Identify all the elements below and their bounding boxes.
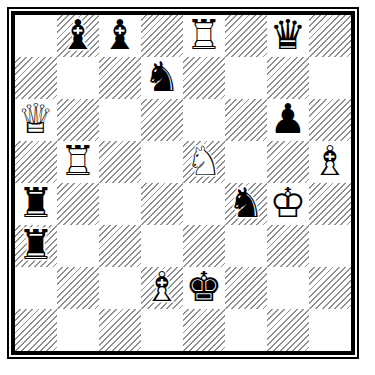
square-h7[interactable]	[309, 57, 351, 99]
piece-glyph-backdrop: ♞	[141, 56, 183, 98]
piece-black-pawn[interactable]: ♟♟	[267, 99, 309, 141]
square-e1[interactable]	[183, 309, 225, 351]
piece-white-knight[interactable]: ♞♘	[183, 141, 225, 183]
square-b6[interactable]	[57, 99, 99, 141]
square-e8[interactable]: ♜♖	[183, 15, 225, 57]
piece-glyph: ♞	[141, 56, 183, 98]
piece-glyph-backdrop: ♟	[267, 98, 309, 140]
piece-glyph: ♖	[183, 14, 225, 56]
piece-black-rook[interactable]: ♜♜	[15, 225, 57, 267]
square-b3[interactable]	[57, 225, 99, 267]
square-e4[interactable]	[183, 183, 225, 225]
square-g4[interactable]: ♚♔	[267, 183, 309, 225]
piece-glyph-backdrop: ♛	[15, 98, 57, 140]
square-c8[interactable]: ♝♝	[99, 15, 141, 57]
square-a1[interactable]	[15, 309, 57, 351]
square-e7[interactable]	[183, 57, 225, 99]
square-d8[interactable]	[141, 15, 183, 57]
diagram-inner-frame: ♝♝♝♝♜♖♛♛♞♞♛♕♟♟♜♖♞♘♝♗♜♜♞♞♚♔♜♜♝♗♚♚	[11, 11, 355, 355]
square-b4[interactable]	[57, 183, 99, 225]
square-e3[interactable]	[183, 225, 225, 267]
piece-white-bishop[interactable]: ♝♗	[141, 267, 183, 309]
piece-glyph: ♗	[141, 266, 183, 308]
square-g3[interactable]	[267, 225, 309, 267]
piece-glyph: ♝	[57, 14, 99, 56]
piece-white-queen[interactable]: ♛♕	[15, 99, 57, 141]
square-f5[interactable]	[225, 141, 267, 183]
piece-glyph: ♞	[225, 182, 267, 224]
piece-glyph: ♖	[57, 140, 99, 182]
piece-glyph-backdrop: ♝	[309, 140, 351, 182]
piece-glyph-backdrop: ♞	[225, 182, 267, 224]
square-h8[interactable]	[309, 15, 351, 57]
square-d4[interactable]	[141, 183, 183, 225]
piece-white-rook[interactable]: ♜♖	[57, 141, 99, 183]
square-c2[interactable]	[99, 267, 141, 309]
square-b7[interactable]	[57, 57, 99, 99]
square-c3[interactable]	[99, 225, 141, 267]
square-d1[interactable]	[141, 309, 183, 351]
square-a6[interactable]: ♛♕	[15, 99, 57, 141]
square-f8[interactable]	[225, 15, 267, 57]
piece-glyph: ♟	[267, 98, 309, 140]
piece-glyph-backdrop: ♚	[267, 182, 309, 224]
square-c6[interactable]	[99, 99, 141, 141]
piece-white-rook[interactable]: ♜♖	[183, 15, 225, 57]
piece-black-king[interactable]: ♚♚	[183, 267, 225, 309]
piece-glyph-backdrop: ♝	[57, 14, 99, 56]
square-f2[interactable]	[225, 267, 267, 309]
square-a2[interactable]	[15, 267, 57, 309]
square-b8[interactable]: ♝♝	[57, 15, 99, 57]
square-a3[interactable]: ♜♜	[15, 225, 57, 267]
square-b2[interactable]	[57, 267, 99, 309]
square-g8[interactable]: ♛♛	[267, 15, 309, 57]
square-g7[interactable]	[267, 57, 309, 99]
piece-glyph: ♚	[183, 266, 225, 308]
piece-glyph: ♜	[15, 224, 57, 266]
square-d7[interactable]: ♞♞	[141, 57, 183, 99]
chess-board: ♝♝♝♝♜♖♛♛♞♞♛♕♟♟♜♖♞♘♝♗♜♜♞♞♚♔♜♜♝♗♚♚	[15, 15, 351, 351]
square-c4[interactable]	[99, 183, 141, 225]
square-a8[interactable]	[15, 15, 57, 57]
square-e6[interactable]	[183, 99, 225, 141]
piece-glyph-backdrop: ♜	[183, 14, 225, 56]
square-g6[interactable]: ♟♟	[267, 99, 309, 141]
piece-glyph: ♛	[267, 14, 309, 56]
piece-glyph-backdrop: ♛	[267, 14, 309, 56]
piece-glyph-backdrop: ♝	[99, 14, 141, 56]
piece-glyph-backdrop: ♜	[57, 140, 99, 182]
square-d5[interactable]	[141, 141, 183, 183]
piece-glyph-backdrop: ♞	[183, 140, 225, 182]
square-h2[interactable]	[309, 267, 351, 309]
square-f3[interactable]	[225, 225, 267, 267]
square-a4[interactable]: ♜♜	[15, 183, 57, 225]
piece-glyph-backdrop: ♜	[15, 182, 57, 224]
square-h1[interactable]	[309, 309, 351, 351]
square-g2[interactable]	[267, 267, 309, 309]
piece-black-knight[interactable]: ♞♞	[225, 183, 267, 225]
square-f7[interactable]	[225, 57, 267, 99]
square-e2[interactable]: ♚♚	[183, 267, 225, 309]
square-h5[interactable]: ♝♗	[309, 141, 351, 183]
square-f4[interactable]: ♞♞	[225, 183, 267, 225]
piece-black-rook[interactable]: ♜♜	[15, 183, 57, 225]
square-b1[interactable]	[57, 309, 99, 351]
square-g5[interactable]	[267, 141, 309, 183]
square-f1[interactable]	[225, 309, 267, 351]
square-g1[interactable]	[267, 309, 309, 351]
piece-white-king[interactable]: ♚♔	[267, 183, 309, 225]
piece-glyph-backdrop: ♝	[141, 266, 183, 308]
piece-glyph: ♗	[309, 140, 351, 182]
piece-glyph: ♘	[183, 140, 225, 182]
square-h4[interactable]	[309, 183, 351, 225]
piece-glyph-backdrop: ♜	[15, 224, 57, 266]
piece-glyph: ♜	[15, 182, 57, 224]
square-e5[interactable]: ♞♘	[183, 141, 225, 183]
piece-black-knight[interactable]: ♞♞	[141, 57, 183, 99]
square-d2[interactable]: ♝♗	[141, 267, 183, 309]
square-c7[interactable]	[99, 57, 141, 99]
square-c1[interactable]	[99, 309, 141, 351]
piece-black-bishop[interactable]: ♝♝	[57, 15, 99, 57]
square-b5[interactable]: ♜♖	[57, 141, 99, 183]
chess-diagram: ♝♝♝♝♜♖♛♛♞♞♛♕♟♟♜♖♞♘♝♗♜♜♞♞♚♔♜♜♝♗♚♚	[7, 7, 359, 359]
square-a7[interactable]	[15, 57, 57, 99]
square-d6[interactable]	[141, 99, 183, 141]
square-a5[interactable]	[15, 141, 57, 183]
piece-glyph: ♔	[267, 182, 309, 224]
piece-black-bishop[interactable]: ♝♝	[99, 15, 141, 57]
square-h6[interactable]	[309, 99, 351, 141]
piece-black-queen[interactable]: ♛♛	[267, 15, 309, 57]
diagram-outer-frame: ♝♝♝♝♜♖♛♛♞♞♛♕♟♟♜♖♞♘♝♗♜♜♞♞♚♔♜♜♝♗♚♚	[7, 7, 359, 359]
piece-white-bishop[interactable]: ♝♗	[309, 141, 351, 183]
square-d3[interactable]	[141, 225, 183, 267]
square-h3[interactable]	[309, 225, 351, 267]
piece-glyph: ♝	[99, 14, 141, 56]
square-c5[interactable]	[99, 141, 141, 183]
piece-glyph: ♕	[15, 98, 57, 140]
square-f6[interactable]	[225, 99, 267, 141]
piece-glyph-backdrop: ♚	[183, 266, 225, 308]
